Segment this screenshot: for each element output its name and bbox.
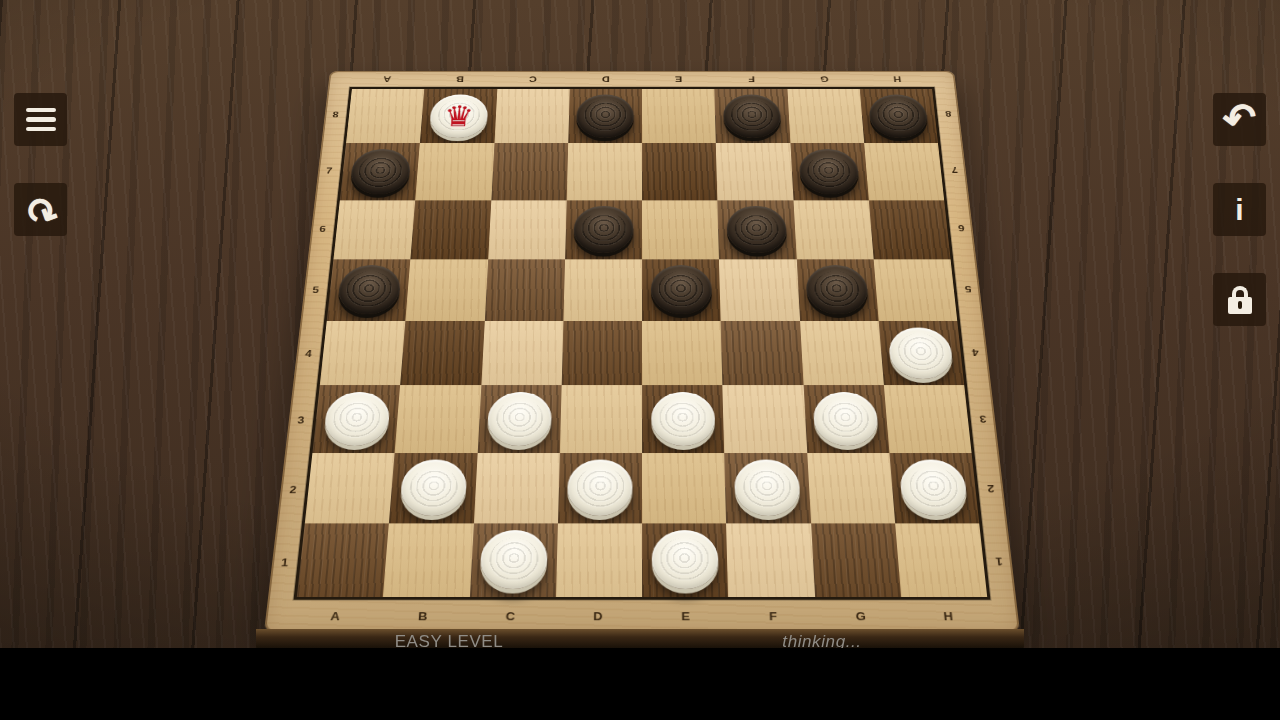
square-a7[interactable] [340, 143, 420, 200]
square-d5[interactable] [563, 259, 642, 321]
piece-white-king-b8[interactable]: ♛ [429, 94, 489, 137]
piece-black-man-d6[interactable] [573, 206, 633, 253]
square-h4[interactable] [878, 321, 964, 385]
hamburger-icon [26, 108, 56, 113]
square-e2[interactable] [642, 453, 726, 523]
piece-black-man-e5[interactable] [651, 265, 712, 314]
column-label-bottom-e: E [642, 609, 730, 622]
piece-white-man-c3[interactable] [487, 392, 553, 446]
square-e7[interactable] [642, 143, 718, 200]
square-f1[interactable] [726, 523, 814, 597]
square-c7[interactable] [491, 143, 568, 200]
column-label-bottom-g: G [817, 609, 905, 622]
square-c4[interactable] [481, 321, 563, 385]
square-c3[interactable] [477, 385, 561, 452]
row-label-right-5: 5 [961, 259, 975, 321]
board-frame: ABCDEFGH ABCDEFGH 87654321 87654321 ♛ [264, 71, 1020, 632]
square-b8[interactable]: ♛ [420, 89, 497, 143]
square-e1[interactable] [642, 523, 728, 597]
square-b3[interactable] [395, 385, 481, 452]
square-e6[interactable] [642, 200, 719, 259]
square-f4[interactable] [721, 321, 803, 385]
column-label-top-h: H [860, 74, 934, 83]
square-g3[interactable] [803, 385, 889, 452]
row-label-left-6: 6 [316, 199, 330, 259]
piece-white-man-e3[interactable] [651, 392, 715, 446]
piece-white-man-h2[interactable] [899, 460, 969, 516]
row-label-right-7: 7 [948, 142, 961, 199]
piece-white-man-h4[interactable] [888, 327, 955, 378]
lock-icon [1228, 286, 1252, 314]
square-g8[interactable] [787, 89, 864, 143]
row-label-left-8: 8 [329, 87, 342, 142]
row-label-left-3: 3 [294, 386, 309, 454]
square-d2[interactable] [558, 453, 642, 523]
column-label-top-a: A [350, 74, 424, 83]
row-label-right-8: 8 [942, 87, 955, 142]
undo-icon: ↶ [1220, 95, 1259, 139]
square-d7[interactable] [566, 143, 642, 200]
square-b2[interactable] [389, 453, 477, 523]
piece-white-man-d2[interactable] [567, 460, 633, 516]
square-g1[interactable] [811, 523, 901, 597]
square-d3[interactable] [560, 385, 642, 452]
square-h8[interactable] [860, 89, 938, 143]
checkers-app: ABCDEFGH ABCDEFGH 87654321 87654321 ♛ EA… [0, 0, 1280, 720]
piece-black-man-a7[interactable] [349, 149, 412, 194]
square-b6[interactable] [411, 200, 491, 259]
square-g6[interactable] [793, 200, 873, 259]
piece-white-man-c1[interactable] [479, 530, 548, 589]
piece-white-man-g3[interactable] [812, 392, 879, 446]
piece-black-man-f8[interactable] [723, 94, 782, 137]
undo-button[interactable]: ↶ [1213, 93, 1266, 146]
piece-white-man-a3[interactable] [322, 392, 391, 446]
square-a5[interactable] [327, 259, 411, 321]
square-a1[interactable] [297, 523, 389, 597]
row-label-left-1: 1 [277, 525, 293, 600]
column-label-bottom-f: F [729, 609, 817, 622]
row-label-right-1: 1 [991, 525, 1007, 600]
restart-button[interactable]: ↻ [14, 183, 67, 236]
column-label-top-c: C [496, 74, 569, 83]
piece-black-man-h8[interactable] [868, 94, 929, 137]
square-d6[interactable] [565, 200, 642, 259]
column-label-bottom-b: B [379, 609, 467, 622]
column-label-bottom-h: H [904, 609, 993, 622]
piece-black-man-f6[interactable] [726, 206, 787, 253]
square-e3[interactable] [642, 385, 724, 452]
column-label-top-e: E [642, 74, 715, 83]
column-label-bottom-c: C [467, 609, 555, 622]
column-label-top-b: B [423, 74, 497, 83]
square-c8[interactable] [494, 89, 569, 143]
square-f3[interactable] [723, 385, 807, 452]
column-label-top-g: G [787, 74, 861, 83]
square-f6[interactable] [718, 200, 797, 259]
square-a4[interactable] [320, 321, 406, 385]
square-h1[interactable] [895, 523, 987, 597]
top-column-labels: ABCDEFGH [350, 71, 935, 87]
square-d1[interactable] [556, 523, 642, 597]
king-crown-icon: ♛ [428, 92, 488, 141]
menu-button[interactable] [14, 93, 67, 146]
piece-black-man-g5[interactable] [805, 265, 869, 314]
lock-button[interactable] [1213, 273, 1266, 326]
square-a6[interactable] [333, 200, 415, 259]
square-e4[interactable] [642, 321, 723, 385]
board-squares: ♛ [294, 87, 991, 600]
square-h2[interactable] [889, 453, 979, 523]
square-f8[interactable] [715, 89, 790, 143]
square-d4[interactable] [561, 321, 642, 385]
info-button[interactable]: i [1213, 183, 1266, 236]
square-h6[interactable] [869, 200, 951, 259]
square-a3[interactable] [312, 385, 400, 452]
square-b4[interactable] [400, 321, 484, 385]
square-h7[interactable] [864, 143, 944, 200]
column-label-bottom-d: D [554, 609, 642, 622]
square-g5[interactable] [796, 259, 878, 321]
square-h3[interactable] [884, 385, 972, 452]
piece-black-man-d8[interactable] [576, 94, 634, 137]
square-a8[interactable] [346, 89, 424, 143]
piece-black-man-g7[interactable] [798, 149, 859, 194]
bottom-column-labels: ABCDEFGH [290, 600, 994, 632]
square-g7[interactable] [790, 143, 869, 200]
square-f2[interactable] [724, 453, 810, 523]
square-h5[interactable] [873, 259, 957, 321]
square-c1[interactable] [469, 523, 557, 597]
piece-white-man-f2[interactable] [734, 460, 801, 516]
square-g2[interactable] [807, 453, 895, 523]
row-label-right-6: 6 [955, 199, 969, 259]
square-c5[interactable] [484, 259, 564, 321]
piece-white-man-b2[interactable] [399, 460, 468, 516]
letterbox-bottom [0, 648, 1280, 720]
square-g4[interactable] [800, 321, 884, 385]
square-e5[interactable] [642, 259, 721, 321]
column-label-top-d: D [569, 74, 642, 83]
board-3d-wrapper: ABCDEFGH ABCDEFGH 87654321 87654321 ♛ [264, 71, 1020, 632]
square-a2[interactable] [305, 453, 395, 523]
piece-white-man-e1[interactable] [651, 530, 718, 589]
square-b5[interactable] [406, 259, 488, 321]
row-label-right-2: 2 [983, 454, 998, 525]
square-d8[interactable] [568, 89, 642, 143]
square-f5[interactable] [719, 259, 799, 321]
column-label-top-f: F [715, 74, 788, 83]
square-b7[interactable] [415, 143, 494, 200]
row-label-right-4: 4 [968, 321, 982, 386]
restart-icon: ↻ [20, 187, 62, 232]
square-e8[interactable] [642, 89, 716, 143]
row-label-left-4: 4 [301, 321, 315, 386]
square-c6[interactable] [488, 200, 567, 259]
square-b1[interactable] [383, 523, 473, 597]
row-label-left-5: 5 [309, 259, 323, 321]
row-label-left-7: 7 [323, 142, 336, 199]
square-c2[interactable] [473, 453, 559, 523]
info-icon: i [1235, 195, 1243, 225]
column-label-bottom-a: A [291, 609, 380, 622]
row-label-right-3: 3 [976, 386, 991, 454]
square-f7[interactable] [716, 143, 793, 200]
piece-black-man-a5[interactable] [336, 265, 401, 314]
row-label-left-2: 2 [285, 454, 300, 525]
